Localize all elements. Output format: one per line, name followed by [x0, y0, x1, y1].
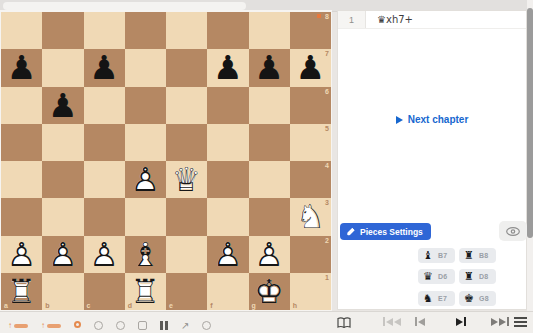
square-d8[interactable]	[125, 12, 166, 49]
square-e5[interactable]	[166, 124, 207, 161]
square-a5[interactable]	[1, 124, 42, 161]
pieces-settings-label: Pieces Settings	[360, 227, 423, 237]
square-g6[interactable]	[249, 87, 290, 124]
stat-up-2-icon[interactable]: ↑	[41, 321, 61, 330]
square-d1[interactable]: d♜♖	[125, 273, 166, 310]
square-a6[interactable]	[1, 87, 42, 124]
square-f1[interactable]: f	[207, 273, 248, 310]
square-d2[interactable]: ♝♗	[125, 236, 166, 273]
square-g1[interactable]: g♚♔	[249, 273, 290, 310]
square-b1[interactable]: b	[42, 273, 83, 310]
chip-square-label: D6	[438, 273, 448, 280]
piece-white-knight-h3[interactable]: ♞♘	[290, 198, 331, 235]
square-e7[interactable]	[166, 49, 207, 86]
square-h8[interactable]: 8	[290, 12, 331, 49]
square-a7[interactable]: ♟	[1, 49, 42, 86]
stat-up-1-icon[interactable]: ↑	[8, 321, 28, 330]
square-d3[interactable]	[125, 198, 166, 235]
underboard-tools: ↑ ↑ ↗	[8, 321, 211, 330]
chip-square-label: E7	[438, 295, 447, 302]
square-b8[interactable]	[42, 12, 83, 49]
square-c6[interactable]	[84, 87, 125, 124]
next-move-button[interactable]	[454, 315, 468, 328]
square-d4[interactable]: ♟♙	[125, 161, 166, 198]
square-h4[interactable]: 4	[290, 161, 331, 198]
move-san[interactable]: ♛xh7+	[366, 11, 526, 28]
chip-square-label: B7	[438, 252, 448, 259]
app-window: 8♟♟♟♟7♟♟65♟♙♛♕43♞♘♟♙♟♙♟♙♝♗♟♙♟♙2a♜♖bcd♜♖e…	[0, 0, 533, 333]
square-g4[interactable]	[249, 161, 290, 198]
square-c5[interactable]	[84, 124, 125, 161]
square-h2[interactable]: 2	[290, 236, 331, 273]
coord-file-h: h	[293, 302, 297, 309]
coord-file-b: b	[45, 302, 49, 309]
coord-file-f: f	[210, 302, 212, 309]
square-h1[interactable]: h1	[290, 273, 331, 310]
square-a4[interactable]	[1, 161, 42, 198]
square-h6[interactable]: 6	[290, 87, 331, 124]
book-button[interactable]	[335, 315, 353, 331]
square-b7[interactable]	[42, 49, 83, 86]
coord-file-c: c	[87, 302, 91, 309]
square-e8[interactable]	[166, 12, 207, 49]
hidden-piece-chip-g8[interactable]: ♚G8	[459, 291, 496, 306]
piece-white-rook-d1[interactable]: ♜♖	[125, 273, 166, 310]
square-f7[interactable]: ♟	[207, 49, 248, 86]
bishop-icon: ♝	[423, 250, 433, 261]
flask-icon[interactable]	[116, 321, 125, 330]
square-g3[interactable]	[249, 198, 290, 235]
square-d7[interactable]	[125, 49, 166, 86]
play-icon	[396, 116, 403, 124]
piece-black-pawn-c7[interactable]: ♟	[84, 49, 125, 86]
square-f5[interactable]	[207, 124, 248, 161]
coord-rank-4: 4	[325, 162, 329, 169]
piece-white-pawn-a2[interactable]: ♟♙	[1, 236, 42, 273]
knight-icon: ♞	[423, 293, 433, 304]
square-h7[interactable]: 7♟	[290, 49, 331, 86]
square-b3[interactable]	[42, 198, 83, 235]
square-g7[interactable]: ♟	[249, 49, 290, 86]
piece-white-pawn-f2[interactable]: ♟♙	[207, 236, 248, 273]
scrollbar-thumb[interactable]	[527, 8, 533, 238]
square-b5[interactable]	[42, 124, 83, 161]
square-a8[interactable]	[1, 12, 42, 49]
square-b2[interactable]: ♟♙	[42, 236, 83, 273]
hidden-piece-chip-d6[interactable]: ♛D6	[418, 269, 455, 284]
square-h5[interactable]: 5	[290, 124, 331, 161]
next-chapter-link[interactable]: Next chapter	[338, 114, 526, 125]
square-c7[interactable]: ♟	[84, 49, 125, 86]
queen-icon: ♛	[423, 271, 433, 282]
coord-rank-1: 1	[325, 274, 329, 281]
square-f2[interactable]: ♟♙	[207, 236, 248, 273]
square-h3[interactable]: 3♞♘	[290, 198, 331, 235]
square-a2[interactable]: ♟♙	[1, 236, 42, 273]
piece-white-pawn-c2[interactable]: ♟♙	[84, 236, 125, 273]
square-g5[interactable]	[249, 124, 290, 161]
square-c2[interactable]: ♟♙	[84, 236, 125, 273]
square-b6[interactable]: ♟	[42, 87, 83, 124]
toggle-visibility-button[interactable]	[499, 221, 527, 241]
move-panel: 1 ♛xh7+ Next chapter Pieces Settings ♝B7…	[337, 10, 527, 310]
square-f8[interactable]	[207, 12, 248, 49]
square-d6[interactable]	[125, 87, 166, 124]
chart-icon[interactable]	[160, 321, 168, 330]
square-c4[interactable]	[84, 161, 125, 198]
scrollbar	[527, 0, 533, 333]
piece-black-pawn-g7[interactable]: ♟	[249, 49, 290, 86]
pieces-settings-button[interactable]: Pieces Settings	[340, 223, 431, 240]
piece-black-pawn-f7[interactable]: ♟	[207, 49, 248, 86]
square-c1[interactable]: c	[84, 273, 125, 310]
board-icon[interactable]	[138, 321, 147, 330]
hidden-piece-chip-e7[interactable]: ♞E7	[418, 291, 455, 306]
square-f6[interactable]	[207, 87, 248, 124]
book-icon	[337, 317, 351, 329]
coord-rank-8: 8	[325, 13, 329, 20]
hamburger-icon	[514, 317, 527, 327]
square-e3[interactable]	[166, 198, 207, 235]
square-e4[interactable]: ♛♕	[166, 161, 207, 198]
next-chapter-label: Next chapter	[408, 114, 469, 125]
piece-black-pawn-a7[interactable]: ♟	[1, 49, 42, 86]
square-g2[interactable]: ♟♙	[249, 236, 290, 273]
gear-icon[interactable]	[202, 321, 211, 330]
square-e6[interactable]	[166, 87, 207, 124]
hidden-piece-chip-b8[interactable]: ♜B8	[459, 248, 496, 263]
square-b4[interactable]	[42, 161, 83, 198]
square-c3[interactable]	[84, 198, 125, 235]
piece-white-queen-e4[interactable]: ♛♕	[166, 161, 207, 198]
rook-icon: ♜	[464, 250, 474, 261]
pencil-icon	[346, 227, 355, 236]
chip-square-label: D8	[479, 273, 489, 280]
square-e2[interactable]	[166, 236, 207, 273]
previous-move-button[interactable]	[413, 315, 427, 328]
chip-square-label: B8	[479, 252, 489, 259]
hidden-piece-chip-b7[interactable]: ♝B7	[418, 248, 455, 263]
piece-black-pawn-b6[interactable]: ♟	[42, 87, 83, 124]
piece-white-pawn-d4[interactable]: ♟♙	[125, 161, 166, 198]
square-c8[interactable]	[84, 12, 125, 49]
horizontal-scrollbar-thumb[interactable]	[3, 2, 246, 10]
clock-icon[interactable]	[94, 321, 103, 330]
square-d5[interactable]	[125, 124, 166, 161]
board-card: 8♟♟♟♟7♟♟65♟♙♛♕43♞♘♟♙♟♙♟♙♝♗♟♙♟♙2a♜♖bcd♜♖e…	[0, 10, 332, 316]
square-a1[interactable]: a♜♖	[1, 273, 42, 310]
coord-rank-6: 6	[325, 88, 329, 95]
piece-white-pawn-g2[interactable]: ♟♙	[249, 236, 290, 273]
square-a3[interactable]	[1, 198, 42, 235]
bottom-toolbar: ↑ ↑ ↗	[0, 311, 533, 333]
hidden-piece-chip-d8[interactable]: ♜D8	[459, 269, 496, 284]
square-e1[interactable]: e	[166, 273, 207, 310]
sync-indicator-dot	[317, 14, 321, 18]
piece-white-rook-a1[interactable]: ♜♖	[1, 273, 42, 310]
coord-rank-2: 2	[325, 237, 329, 244]
piece-black-pawn-h7[interactable]: ♟	[290, 49, 331, 86]
menu-button[interactable]	[512, 315, 529, 329]
alert-dot-icon[interactable]	[74, 321, 81, 328]
piece-white-king-g1[interactable]: ♚♔	[249, 273, 290, 310]
move-row: 1 ♛xh7+	[338, 11, 526, 29]
piece-white-bishop-d2[interactable]: ♝♗	[125, 236, 166, 273]
square-f3[interactable]	[207, 198, 248, 235]
coord-file-e: e	[169, 302, 173, 309]
board: 8♟♟♟♟7♟♟65♟♙♛♕43♞♘♟♙♟♙♟♙♝♗♟♙♟♙2a♜♖bcd♜♖e…	[1, 12, 331, 310]
square-f4[interactable]	[207, 161, 248, 198]
square-g8[interactable]	[249, 12, 290, 49]
chip-square-label: G8	[479, 295, 489, 302]
move-number: 1	[338, 11, 366, 28]
king-icon: ♚	[464, 293, 474, 304]
coord-rank-5: 5	[325, 125, 329, 132]
last-move-button[interactable]	[489, 315, 511, 328]
rook-icon: ♜	[464, 271, 474, 282]
first-move-button[interactable]	[381, 315, 403, 328]
piece-white-pawn-b2[interactable]: ♟♙	[42, 236, 83, 273]
eye-icon	[505, 226, 521, 237]
share-icon[interactable]: ↗	[181, 321, 189, 330]
